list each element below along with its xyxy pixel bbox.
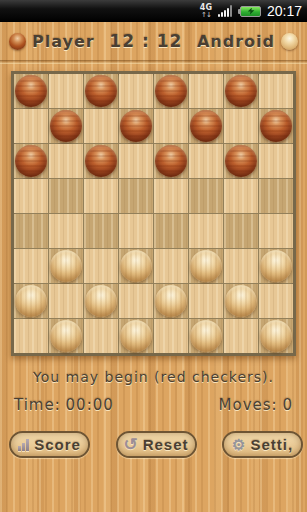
board-square[interactable]: ⛀: [119, 249, 153, 283]
board-square[interactable]: ⛀: [119, 319, 153, 353]
board-square[interactable]: [49, 179, 83, 213]
board-square[interactable]: [14, 179, 48, 213]
board-square[interactable]: [84, 109, 118, 143]
app-screen: 4G ↑↓ 20:17 Player 12 : 12 Android ⛂⛂⛂⛂⛂…: [0, 0, 307, 512]
checker-piece-red[interactable]: ⛂: [120, 110, 152, 142]
checker-piece-white[interactable]: ⛀: [190, 320, 222, 352]
board-square[interactable]: [119, 144, 153, 178]
gear-icon: ⚙: [232, 437, 245, 452]
board-square[interactable]: [119, 179, 153, 213]
checker-piece-white[interactable]: ⛀: [85, 285, 117, 317]
board-square[interactable]: [119, 74, 153, 108]
player-side: Player: [9, 32, 95, 51]
score-display: 12 : 12: [95, 31, 197, 51]
checker-piece-white[interactable]: ⛀: [120, 250, 152, 282]
board-square[interactable]: [224, 109, 258, 143]
board-square[interactable]: ⛂: [49, 109, 83, 143]
board-square[interactable]: [49, 74, 83, 108]
board-square[interactable]: ⛂: [119, 109, 153, 143]
board-square[interactable]: [259, 214, 293, 248]
board-square[interactable]: [224, 214, 258, 248]
time-value: 00:00: [66, 396, 114, 414]
board: ⛂⛂⛂⛂⛂⛂⛂⛂⛂⛂⛂⛂⛀⛀⛀⛀⛀⛀⛀⛀⛀⛀⛀⛀: [11, 71, 296, 356]
board-square[interactable]: [224, 179, 258, 213]
board-square[interactable]: [259, 179, 293, 213]
board-square[interactable]: ⛀: [224, 284, 258, 318]
checker-piece-red[interactable]: ⛂: [50, 110, 82, 142]
board-square[interactable]: [189, 74, 223, 108]
score-button[interactable]: Score: [9, 431, 90, 458]
stats-row: Time: 00:00 Moves: 0: [0, 396, 307, 414]
board-square[interactable]: ⛀: [259, 319, 293, 353]
checker-piece-white[interactable]: ⛀: [190, 250, 222, 282]
board-square[interactable]: [259, 74, 293, 108]
reset-button-label: Reset: [143, 436, 189, 453]
settings-button[interactable]: ⚙ Setti,: [222, 431, 303, 458]
moves-display: Moves: 0: [219, 396, 293, 414]
time-label: Time:: [14, 396, 61, 414]
board-square[interactable]: [14, 319, 48, 353]
board-square[interactable]: ⛂: [224, 74, 258, 108]
mobile-data-4g-icon: 4G ↑↓: [200, 4, 212, 19]
checker-piece-white[interactable]: ⛀: [260, 320, 292, 352]
board-square[interactable]: [259, 284, 293, 318]
board-square[interactable]: ⛂: [259, 109, 293, 143]
data-transfer-arrows-icon: ↑↓: [201, 12, 211, 19]
checker-piece-white[interactable]: ⛀: [50, 250, 82, 282]
undo-arrow-icon: ↺: [123, 436, 137, 453]
player-name: Player: [32, 32, 95, 51]
status-bar: 4G ↑↓ 20:17: [0, 0, 307, 22]
checker-piece-white[interactable]: ⛀: [225, 285, 257, 317]
board-square[interactable]: [119, 284, 153, 318]
board-square[interactable]: ⛂: [189, 109, 223, 143]
board-square[interactable]: ⛀: [49, 319, 83, 353]
checker-piece-red[interactable]: ⛂: [85, 145, 117, 177]
opponent-side: Android: [197, 32, 298, 51]
checker-piece-white[interactable]: ⛀: [50, 320, 82, 352]
game-header: Player 12 : 12 Android: [0, 22, 307, 60]
board-square[interactable]: ⛀: [84, 284, 118, 318]
board-square[interactable]: [259, 144, 293, 178]
checker-piece-white[interactable]: ⛀: [260, 250, 292, 282]
checker-piece-white[interactable]: ⛀: [15, 285, 47, 317]
header-divider: [0, 60, 307, 64]
board-square[interactable]: [224, 249, 258, 283]
board-square[interactable]: [189, 144, 223, 178]
board-square[interactable]: [189, 179, 223, 213]
board-square[interactable]: [49, 284, 83, 318]
board-square[interactable]: ⛂: [154, 74, 188, 108]
board-square[interactable]: [189, 284, 223, 318]
time-display: Time: 00:00: [14, 396, 114, 414]
board-square[interactable]: [154, 109, 188, 143]
battery-icon: [238, 6, 261, 17]
board-square[interactable]: ⛀: [189, 249, 223, 283]
checker-piece-red[interactable]: ⛂: [225, 75, 257, 107]
board-square[interactable]: [14, 109, 48, 143]
board-square[interactable]: [84, 179, 118, 213]
board-square[interactable]: ⛂: [84, 74, 118, 108]
checker-piece-red[interactable]: ⛂: [225, 145, 257, 177]
signal-strength-icon: [218, 5, 232, 17]
board-square[interactable]: [224, 319, 258, 353]
board-square[interactable]: ⛀: [49, 249, 83, 283]
checker-piece-red[interactable]: ⛂: [260, 110, 292, 142]
reset-button[interactable]: ↺ Reset: [116, 431, 197, 458]
button-row: Score ↺ Reset ⚙ Setti,: [0, 431, 307, 458]
checker-piece-red[interactable]: ⛂: [85, 75, 117, 107]
board-square[interactable]: [154, 214, 188, 248]
score-button-label: Score: [34, 436, 81, 453]
board-square[interactable]: [49, 144, 83, 178]
moves-value: 0: [282, 396, 293, 414]
board-square[interactable]: ⛀: [14, 284, 48, 318]
checker-piece-red[interactable]: ⛂: [155, 75, 187, 107]
white-checker-icon: [281, 33, 298, 50]
board-square[interactable]: [84, 249, 118, 283]
checker-piece-red[interactable]: ⛂: [15, 75, 47, 107]
board-square[interactable]: ⛂: [224, 144, 258, 178]
board-square[interactable]: ⛂: [154, 144, 188, 178]
board-square[interactable]: ⛀: [154, 284, 188, 318]
board-square[interactable]: [14, 214, 48, 248]
board-square[interactable]: [84, 319, 118, 353]
board-square[interactable]: [119, 214, 153, 248]
board-square[interactable]: ⛂: [14, 74, 48, 108]
board-square[interactable]: [189, 214, 223, 248]
charging-bolt-icon: [247, 8, 255, 15]
moves-label: Moves:: [219, 396, 278, 414]
board-square[interactable]: [49, 214, 83, 248]
red-checker-icon: [9, 33, 26, 50]
checker-piece-white[interactable]: ⛀: [120, 320, 152, 352]
bar-chart-icon: [18, 439, 29, 451]
checker-piece-red[interactable]: ⛂: [155, 145, 187, 177]
checker-piece-white[interactable]: ⛀: [155, 285, 187, 317]
settings-button-label: Setti,: [250, 436, 293, 453]
board-square[interactable]: [154, 249, 188, 283]
board-square[interactable]: ⛀: [189, 319, 223, 353]
board-square[interactable]: [84, 214, 118, 248]
board-square[interactable]: [14, 249, 48, 283]
opponent-name: Android: [197, 32, 275, 51]
board-square[interactable]: [154, 179, 188, 213]
board-square[interactable]: ⛂: [14, 144, 48, 178]
status-clock: 20:17: [267, 3, 302, 19]
board-square[interactable]: ⛀: [259, 249, 293, 283]
status-message: You may begin (red checkers).: [0, 369, 307, 385]
board-square[interactable]: [154, 319, 188, 353]
checker-piece-red[interactable]: ⛂: [15, 145, 47, 177]
checker-piece-red[interactable]: ⛂: [190, 110, 222, 142]
board-square[interactable]: ⛂: [84, 144, 118, 178]
